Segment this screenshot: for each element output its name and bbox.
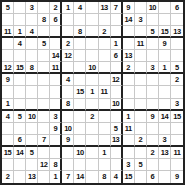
empty-cell-r5c1[interactable] [2, 50, 14, 62]
empty-cell-r4c15[interactable] [171, 38, 183, 50]
empty-cell-r14c6[interactable] [62, 159, 74, 171]
empty-cell-r4c5[interactable] [50, 38, 62, 50]
given-cell-r15c10: 4 [111, 171, 123, 183]
empty-cell-r3c11[interactable] [123, 26, 135, 38]
empty-cell-r13c6[interactable] [62, 147, 74, 159]
empty-cell-r4c3[interactable] [26, 38, 38, 50]
empty-cell-r11c13[interactable] [147, 123, 159, 135]
empty-cell-r11c1[interactable] [2, 123, 14, 135]
empty-cell-r14c3[interactable] [26, 159, 38, 171]
given-cell-r9c15: 3 [171, 99, 183, 111]
given-cell-r13c3: 5 [26, 147, 38, 159]
empty-cell-r9c12[interactable] [135, 99, 147, 111]
given-cell-r2c4: 8 [38, 14, 50, 26]
empty-cell-r9c7[interactable] [74, 99, 86, 111]
given-cell-r10c11: 1 [123, 111, 135, 123]
given-cell-r1c7: 4 [74, 2, 86, 14]
empty-cell-r1c8[interactable] [86, 2, 98, 14]
given-cell-r12c12: 2 [135, 135, 147, 147]
given-cell-r15c5: 1 [50, 171, 62, 183]
given-cell-r10c3: 10 [26, 111, 38, 123]
empty-cell-r2c8[interactable] [86, 14, 98, 26]
given-cell-r5c6: 12 [62, 50, 74, 62]
empty-cell-r8c4[interactable] [38, 86, 50, 98]
given-cell-r13c14: 13 [159, 147, 171, 159]
empty-cell-r10c4[interactable] [38, 111, 50, 123]
empty-cell-r5c13[interactable] [147, 50, 159, 62]
given-cell-r3c9: 2 [99, 26, 111, 38]
empty-cell-r4c11[interactable] [123, 38, 135, 50]
empty-cell-r5c7[interactable] [74, 50, 86, 62]
empty-cell-r14c9[interactable] [99, 159, 111, 171]
given-cell-r14c4: 12 [38, 159, 50, 171]
empty-cell-r2c14[interactable] [159, 14, 171, 26]
empty-cell-r11c14[interactable] [159, 123, 171, 135]
given-cell-r1c15: 6 [171, 2, 183, 14]
empty-cell-r15c12[interactable] [135, 171, 147, 183]
given-cell-r13c15: 11 [171, 147, 183, 159]
empty-cell-r11c3[interactable] [26, 123, 38, 135]
empty-cell-r14c13[interactable] [147, 159, 159, 171]
empty-cell-r12c15[interactable] [171, 135, 183, 147]
empty-cell-r12c3[interactable] [26, 135, 38, 147]
empty-cell-r14c8[interactable] [86, 159, 98, 171]
empty-cell-r12c9[interactable] [99, 135, 111, 147]
empty-cell-r9c2[interactable] [14, 99, 26, 111]
given-cell-r1c1: 5 [2, 2, 14, 14]
empty-cell-r8c3[interactable] [26, 86, 38, 98]
given-cell-r3c1: 11 [2, 26, 14, 38]
empty-cell-r7c11[interactable] [123, 74, 135, 86]
empty-cell-r8c15[interactable] [171, 86, 183, 98]
empty-cell-r5c9[interactable] [99, 50, 111, 62]
empty-cell-r11c15[interactable] [171, 123, 183, 135]
empty-cell-r5c12[interactable] [135, 50, 147, 62]
given-cell-r11c5: 9 [50, 123, 62, 135]
empty-cell-r13c10[interactable] [111, 147, 123, 159]
given-cell-r15c9: 8 [99, 171, 111, 183]
empty-cell-r9c13[interactable] [147, 99, 159, 111]
given-cell-r4c2: 4 [14, 38, 26, 50]
empty-cell-r11c7[interactable] [74, 123, 86, 135]
empty-cell-r8c12[interactable] [135, 86, 147, 98]
empty-cell-r9c9[interactable] [99, 99, 111, 111]
empty-cell-r10c9[interactable] [99, 111, 111, 123]
given-cell-r3c14: 15 [159, 26, 171, 38]
empty-cell-r1c12[interactable] [135, 2, 147, 14]
empty-cell-r4c9[interactable] [99, 38, 111, 50]
given-cell-r2c12: 3 [135, 14, 147, 26]
empty-cell-r2c9[interactable] [99, 14, 111, 26]
given-cell-r14c12: 5 [135, 159, 147, 171]
empty-cell-r7c5[interactable] [50, 74, 62, 86]
empty-cell-r7c12[interactable] [135, 74, 147, 86]
given-cell-r3c13: 5 [147, 26, 159, 38]
given-cell-r15c6: 7 [62, 171, 74, 183]
given-cell-r10c1: 4 [2, 111, 14, 123]
empty-cell-r3c12[interactable] [135, 26, 147, 38]
given-cell-r14c11: 3 [123, 159, 135, 171]
given-cell-r4c10: 1 [111, 38, 123, 50]
empty-cell-r7c14[interactable] [159, 74, 171, 86]
given-cell-r5c11: 13 [123, 50, 135, 62]
given-cell-r10c14: 14 [159, 111, 171, 123]
empty-cell-r2c3[interactable] [26, 14, 38, 26]
given-cell-r5c10: 6 [111, 50, 123, 62]
empty-cell-r11c2[interactable] [14, 123, 26, 135]
empty-cell-r12c8[interactable] [86, 135, 98, 147]
given-cell-r13c2: 14 [14, 147, 26, 159]
empty-cell-r12c11[interactable] [123, 135, 135, 147]
empty-cell-r10c10[interactable] [111, 111, 123, 123]
empty-cell-r3c5[interactable] [50, 26, 62, 38]
given-cell-r6c3: 8 [26, 62, 38, 74]
given-cell-r6c5: 11 [50, 62, 62, 74]
empty-cell-r7c7[interactable] [74, 74, 86, 86]
empty-cell-r11c9[interactable] [99, 123, 111, 135]
given-cell-r6c11: 2 [123, 62, 135, 74]
empty-cell-r10c12[interactable] [135, 111, 147, 123]
empty-cell-r15c14[interactable] [159, 171, 171, 183]
empty-cell-r3c8[interactable] [86, 26, 98, 38]
given-cell-r6c13: 3 [147, 62, 159, 74]
given-cell-r15c13: 6 [147, 171, 159, 183]
empty-cell-r6c7[interactable] [74, 62, 86, 74]
empty-cell-r3c6[interactable] [62, 26, 74, 38]
given-cell-r6c15: 5 [171, 62, 183, 74]
given-cell-r8c9: 11 [99, 86, 111, 98]
given-cell-r9c1: 1 [2, 99, 14, 111]
given-cell-r10c13: 9 [147, 111, 159, 123]
given-cell-r13c7: 10 [74, 147, 86, 159]
empty-cell-r12c1[interactable] [2, 135, 14, 147]
empty-cell-r7c13[interactable] [147, 74, 159, 86]
empty-cell-r13c4[interactable] [38, 147, 50, 159]
empty-cell-r7c3[interactable] [26, 74, 38, 86]
given-cell-r3c3: 4 [26, 26, 38, 38]
empty-cell-r9c5[interactable] [50, 99, 62, 111]
given-cell-r12c10: 13 [111, 135, 123, 147]
sudoku-board: 5321413791068614311148251513452111914126… [0, 0, 185, 185]
empty-cell-r1c14[interactable] [159, 2, 171, 14]
empty-cell-r13c5[interactable] [50, 147, 62, 159]
given-cell-r15c11: 15 [123, 171, 135, 183]
empty-cell-r14c15[interactable] [171, 159, 183, 171]
given-cell-r5c5: 14 [50, 50, 62, 62]
empty-cell-r7c2[interactable] [14, 74, 26, 86]
given-cell-r13c1: 15 [2, 147, 14, 159]
given-cell-r12c14: 3 [159, 135, 171, 147]
given-cell-r7c10: 12 [111, 74, 123, 86]
given-cell-r12c4: 7 [38, 135, 50, 147]
given-cell-r13c13: 2 [147, 147, 159, 159]
given-cell-r12c6: 9 [62, 135, 74, 147]
empty-cell-r5c14[interactable] [159, 50, 171, 62]
empty-cell-r11c8[interactable] [86, 123, 98, 135]
given-cell-r4c6: 2 [62, 38, 74, 50]
empty-cell-r5c4[interactable] [38, 50, 50, 62]
given-cell-r4c4: 5 [38, 38, 50, 50]
empty-cell-r4c7[interactable] [74, 38, 86, 50]
empty-cell-r14c14[interactable] [159, 159, 171, 171]
empty-cell-r2c15[interactable] [171, 14, 183, 26]
given-cell-r10c5: 3 [50, 111, 62, 123]
empty-cell-r10c6[interactable] [62, 111, 74, 123]
empty-cell-r5c3[interactable] [26, 50, 38, 62]
empty-cell-r10c7[interactable] [74, 111, 86, 123]
empty-cell-r8c6[interactable] [62, 86, 74, 98]
given-cell-r4c14: 9 [159, 38, 171, 50]
empty-cell-r6c6[interactable] [62, 62, 74, 74]
given-cell-r6c1: 12 [2, 62, 14, 74]
empty-cell-r6c10[interactable] [111, 62, 123, 74]
empty-cell-r11c12[interactable] [135, 123, 147, 135]
empty-cell-r9c8[interactable] [86, 99, 98, 111]
empty-cell-r3c4[interactable] [38, 26, 50, 38]
given-cell-r3c2: 1 [14, 26, 26, 38]
given-cell-r10c2: 5 [14, 111, 26, 123]
empty-cell-r4c8[interactable] [86, 38, 98, 50]
given-cell-r10c8: 2 [86, 111, 98, 123]
given-cell-r1c10: 7 [111, 2, 123, 14]
given-cell-r15c1: 2 [2, 171, 14, 183]
empty-cell-r13c12[interactable] [135, 147, 147, 159]
given-cell-r11c10: 5 [111, 123, 123, 135]
given-cell-r7c1: 9 [2, 74, 14, 86]
empty-cell-r14c10[interactable] [111, 159, 123, 171]
empty-cell-r6c12[interactable] [135, 62, 147, 74]
given-cell-r1c11: 9 [123, 2, 135, 14]
given-cell-r10c15: 15 [171, 111, 183, 123]
empty-cell-r13c8[interactable] [86, 147, 98, 159]
empty-cell-r14c2[interactable] [14, 159, 26, 171]
given-cell-r12c2: 6 [14, 135, 26, 147]
empty-cell-r9c4[interactable] [38, 99, 50, 111]
empty-cell-r7c4[interactable] [38, 74, 50, 86]
empty-cell-r15c2[interactable] [14, 171, 26, 183]
given-cell-r1c13: 10 [147, 2, 159, 14]
empty-cell-r15c4[interactable] [38, 171, 50, 183]
given-cell-r6c2: 15 [14, 62, 26, 74]
given-cell-r6c8: 10 [86, 62, 98, 74]
given-cell-r15c7: 14 [74, 171, 86, 183]
given-cell-r7c6: 4 [62, 74, 74, 86]
empty-cell-r15c8[interactable] [86, 171, 98, 183]
given-cell-r3c7: 8 [74, 26, 86, 38]
given-cell-r9c10: 10 [111, 99, 123, 111]
empty-cell-r2c2[interactable] [14, 14, 26, 26]
empty-cell-r9c11[interactable] [123, 99, 135, 111]
given-cell-r7c15: 2 [171, 74, 183, 86]
given-cell-r2c5: 6 [50, 14, 62, 26]
empty-cell-r11c4[interactable] [38, 123, 50, 135]
empty-cell-r8c13[interactable] [147, 86, 159, 98]
empty-cell-r12c13[interactable] [147, 135, 159, 147]
empty-cell-r8c10[interactable] [111, 86, 123, 98]
empty-cell-r9c3[interactable] [26, 99, 38, 111]
empty-cell-r2c10[interactable] [111, 14, 123, 26]
empty-cell-r8c11[interactable] [123, 86, 135, 98]
empty-cell-r9c14[interactable] [159, 99, 171, 111]
empty-cell-r3c10[interactable] [111, 26, 123, 38]
given-cell-r4c12: 11 [135, 38, 147, 50]
empty-cell-r6c9[interactable] [99, 62, 111, 74]
empty-cell-r2c1[interactable] [2, 14, 14, 26]
empty-cell-r14c1[interactable] [2, 159, 14, 171]
empty-cell-r5c15[interactable] [171, 50, 183, 62]
empty-cell-r12c7[interactable] [74, 135, 86, 147]
empty-cell-r13c11[interactable] [123, 147, 135, 159]
empty-cell-r5c2[interactable] [14, 50, 26, 62]
given-cell-r13c9: 1 [99, 147, 111, 159]
given-cell-r1c9: 13 [99, 2, 111, 14]
empty-cell-r6c4[interactable] [38, 62, 50, 74]
given-cell-r8c8: 1 [86, 86, 98, 98]
empty-cell-r4c1[interactable] [2, 38, 14, 50]
empty-cell-r12c5[interactable] [50, 135, 62, 147]
empty-cell-r1c2[interactable] [14, 2, 26, 14]
empty-cell-r8c14[interactable] [159, 86, 171, 98]
empty-cell-r1c4[interactable] [38, 2, 50, 14]
empty-cell-r5c8[interactable] [86, 50, 98, 62]
given-cell-r15c15: 9 [171, 171, 183, 183]
given-cell-r14c5: 8 [50, 159, 62, 171]
given-cell-r6c14: 1 [159, 62, 171, 74]
empty-cell-r7c9[interactable] [99, 74, 111, 86]
empty-cell-r4c13[interactable] [147, 38, 159, 50]
given-cell-r15c3: 13 [26, 171, 38, 183]
given-cell-r11c11: 11 [123, 123, 135, 135]
empty-cell-r14c7[interactable] [74, 159, 86, 171]
given-cell-r9c6: 8 [62, 99, 74, 111]
empty-cell-r8c2[interactable] [14, 86, 26, 98]
empty-cell-r2c13[interactable] [147, 14, 159, 26]
empty-cell-r2c7[interactable] [74, 14, 86, 26]
given-cell-r11c6: 10 [62, 123, 74, 135]
given-cell-r3c15: 13 [171, 26, 183, 38]
empty-cell-r8c5[interactable] [50, 86, 62, 98]
given-cell-r1c5: 2 [50, 2, 62, 14]
empty-cell-r7c8[interactable] [86, 74, 98, 86]
empty-cell-r8c1[interactable] [2, 86, 14, 98]
given-cell-r1c3: 3 [26, 2, 38, 14]
given-cell-r1c6: 1 [62, 2, 74, 14]
given-cell-r2c11: 14 [123, 14, 135, 26]
empty-cell-r2c6[interactable] [62, 14, 74, 26]
given-cell-r8c7: 15 [74, 86, 86, 98]
